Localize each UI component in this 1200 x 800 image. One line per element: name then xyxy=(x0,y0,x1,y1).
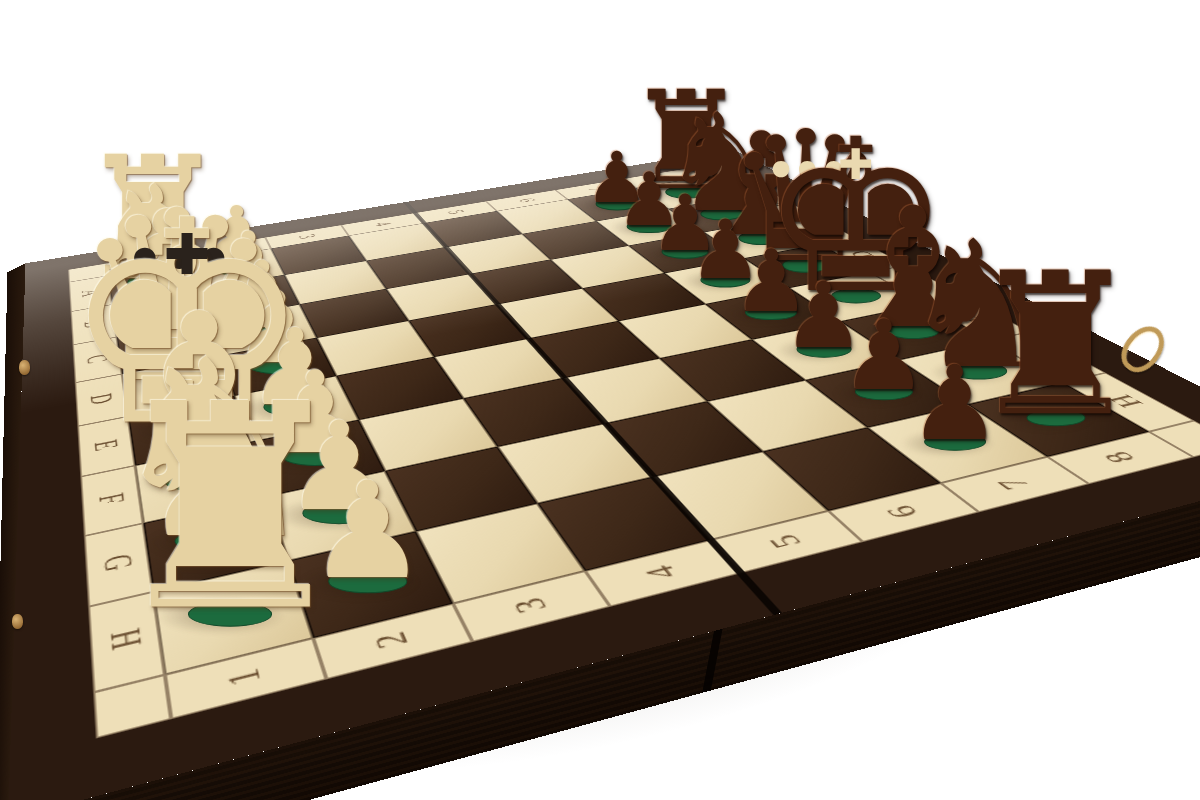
rook-glyph: ♜ xyxy=(104,368,357,651)
chess-set-photo-scene: AABBCCDDEEFFGGHH1122334455667788 ♜♞♝♛•••… xyxy=(0,0,1200,800)
pawn-glyph: ♟ xyxy=(909,352,1002,455)
number-label-6-top: 6 xyxy=(486,190,568,211)
brass-hinge-pin-lower xyxy=(12,614,23,629)
number-label-4-bottom-text: 4 xyxy=(605,530,724,620)
number-label-3-bottom-text: 3 xyxy=(478,560,589,656)
brass-hinge-pin-upper xyxy=(19,360,30,375)
